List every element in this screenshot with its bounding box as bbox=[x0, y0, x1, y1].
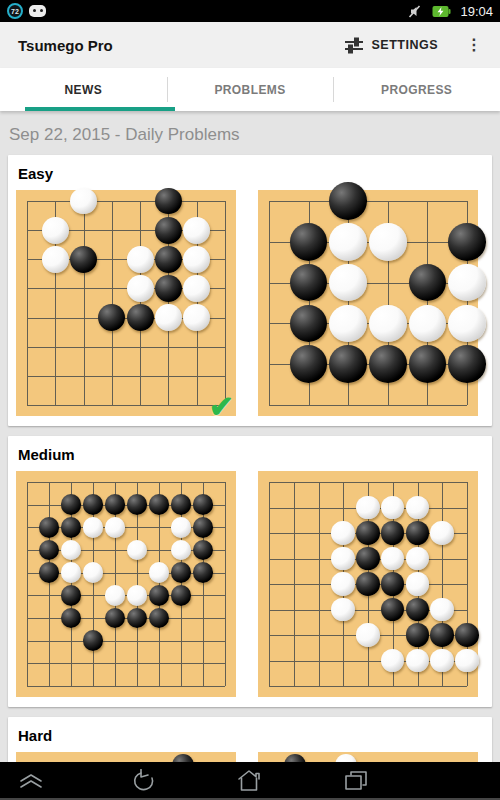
white-stone bbox=[406, 547, 430, 571]
white-stone bbox=[70, 188, 97, 215]
white-stone bbox=[430, 649, 454, 673]
black-stone bbox=[193, 540, 214, 561]
black-stone bbox=[149, 494, 170, 515]
white-stone bbox=[183, 217, 210, 244]
black-stone bbox=[149, 608, 170, 629]
battery-percent-badge-icon: 72 bbox=[7, 3, 23, 19]
white-stone bbox=[183, 246, 210, 273]
white-stone bbox=[83, 517, 104, 538]
white-stone bbox=[183, 304, 210, 331]
black-stone bbox=[381, 598, 405, 622]
white-stone bbox=[356, 496, 380, 520]
black-stone bbox=[171, 494, 192, 515]
grid-line bbox=[27, 686, 225, 687]
grid-line bbox=[225, 201, 226, 405]
black-stone bbox=[98, 304, 125, 331]
black-stone bbox=[406, 598, 430, 622]
grid-line bbox=[269, 201, 467, 202]
white-stone bbox=[409, 305, 447, 343]
white-stone bbox=[369, 223, 407, 261]
white-stone bbox=[155, 304, 182, 331]
home-button[interactable] bbox=[232, 765, 266, 797]
black-stone bbox=[70, 246, 97, 273]
black-stone bbox=[155, 246, 182, 273]
black-stone bbox=[406, 521, 430, 545]
white-stone bbox=[183, 275, 210, 302]
back-button[interactable] bbox=[127, 765, 161, 797]
black-stone bbox=[61, 608, 82, 629]
date-header: Sep 22, 2015 - Daily Problems bbox=[0, 111, 500, 155]
black-stone bbox=[127, 304, 154, 331]
grid-line bbox=[27, 201, 225, 202]
black-stone bbox=[290, 305, 328, 343]
black-stone bbox=[61, 517, 82, 538]
black-stone bbox=[369, 345, 407, 383]
white-stone bbox=[448, 305, 486, 343]
white-stone bbox=[455, 649, 479, 673]
white-stone bbox=[406, 649, 430, 673]
black-stone bbox=[406, 623, 430, 647]
robot-notification-icon bbox=[29, 5, 46, 17]
white-stone bbox=[105, 585, 126, 606]
navigation-bar bbox=[0, 762, 500, 800]
white-stone bbox=[42, 217, 69, 244]
black-stone bbox=[155, 217, 182, 244]
white-stone bbox=[329, 264, 367, 302]
grid-line bbox=[27, 663, 225, 664]
white-stone bbox=[448, 264, 486, 302]
black-stone bbox=[127, 494, 148, 515]
white-stone bbox=[149, 562, 170, 583]
black-stone bbox=[83, 630, 104, 651]
recents-button[interactable] bbox=[339, 765, 373, 797]
black-stone bbox=[127, 608, 148, 629]
black-stone bbox=[193, 562, 214, 583]
black-stone bbox=[39, 562, 60, 583]
tab-bar: NEWS PROBLEMS PROGRESS bbox=[0, 68, 500, 111]
black-stone bbox=[105, 608, 126, 629]
go-board[interactable] bbox=[258, 190, 478, 416]
overflow-menu-icon[interactable]: ⋮ bbox=[458, 35, 490, 55]
black-stone bbox=[171, 562, 192, 583]
app-title: Tsumego Pro bbox=[18, 37, 340, 54]
white-stone bbox=[430, 598, 454, 622]
daily-problems-list: Easy✔MediumHard bbox=[0, 155, 500, 800]
white-stone bbox=[127, 585, 148, 606]
solved-checkmark: ✔ bbox=[209, 392, 234, 422]
go-board[interactable] bbox=[258, 471, 478, 697]
difficulty-label: Easy bbox=[18, 165, 484, 182]
white-stone bbox=[381, 649, 405, 673]
white-stone bbox=[127, 275, 154, 302]
black-stone bbox=[356, 572, 380, 596]
white-stone bbox=[381, 496, 405, 520]
hide-navbar-button[interactable] bbox=[14, 765, 48, 797]
tab-progress[interactable]: PROGRESS bbox=[333, 68, 500, 111]
white-stone bbox=[406, 572, 430, 596]
black-stone bbox=[155, 275, 182, 302]
black-stone bbox=[430, 623, 454, 647]
black-stone bbox=[149, 585, 170, 606]
difficulty-card-medium: Medium bbox=[8, 436, 492, 707]
white-stone bbox=[171, 517, 192, 538]
black-stone bbox=[356, 547, 380, 571]
grid-line bbox=[140, 201, 141, 405]
mute-icon bbox=[407, 4, 422, 19]
grid-line bbox=[27, 618, 225, 619]
black-stone bbox=[290, 345, 328, 383]
difficulty-label: Medium bbox=[18, 446, 484, 463]
difficulty-label: Hard bbox=[18, 727, 484, 744]
white-stone bbox=[369, 305, 407, 343]
white-stone bbox=[430, 521, 454, 545]
grid-line bbox=[27, 347, 225, 348]
black-stone bbox=[290, 223, 328, 261]
white-stone bbox=[127, 246, 154, 273]
black-stone bbox=[381, 572, 405, 596]
black-stone bbox=[39, 517, 60, 538]
go-board[interactable] bbox=[16, 471, 236, 697]
black-stone bbox=[381, 521, 405, 545]
black-stone bbox=[171, 585, 192, 606]
clock: 19:04 bbox=[460, 4, 493, 19]
battery-charging-icon bbox=[432, 5, 451, 18]
grid-line bbox=[225, 482, 226, 686]
black-stone bbox=[329, 345, 367, 383]
grid-line bbox=[269, 686, 467, 687]
black-stone bbox=[39, 540, 60, 561]
grid-line bbox=[27, 482, 225, 483]
grid-line bbox=[27, 641, 225, 642]
black-stone bbox=[455, 623, 479, 647]
black-stone bbox=[61, 494, 82, 515]
grid-line bbox=[27, 201, 28, 405]
black-stone bbox=[105, 494, 126, 515]
app-bar: Tsumego Pro SETTINGS ⋮ bbox=[0, 22, 500, 68]
black-stone bbox=[448, 223, 486, 261]
white-stone bbox=[61, 562, 82, 583]
black-stone bbox=[409, 264, 447, 302]
grid-line bbox=[112, 201, 113, 405]
black-stone bbox=[448, 345, 486, 383]
white-stone bbox=[61, 540, 82, 561]
status-bar: 72 19:04 bbox=[0, 0, 500, 22]
black-stone bbox=[193, 517, 214, 538]
tab-news[interactable]: NEWS bbox=[0, 68, 167, 111]
grid-line bbox=[269, 405, 467, 406]
grid-line bbox=[84, 201, 85, 405]
white-stone bbox=[127, 540, 148, 561]
black-stone bbox=[193, 494, 214, 515]
black-stone bbox=[409, 345, 447, 383]
grid-line bbox=[269, 201, 270, 405]
white-stone bbox=[42, 246, 69, 273]
grid-line bbox=[27, 482, 28, 686]
white-stone bbox=[329, 223, 367, 261]
white-stone bbox=[381, 547, 405, 571]
tune-icon bbox=[344, 36, 364, 54]
tab-problems[interactable]: PROBLEMS bbox=[167, 68, 334, 111]
white-stone bbox=[331, 547, 355, 571]
white-stone bbox=[406, 496, 430, 520]
grid-line bbox=[269, 482, 467, 483]
difficulty-card-easy: Easy✔ bbox=[8, 155, 492, 426]
settings-button[interactable]: SETTINGS bbox=[340, 30, 442, 60]
white-stone bbox=[171, 540, 192, 561]
white-stone bbox=[331, 521, 355, 545]
white-stone bbox=[356, 623, 380, 647]
white-stone bbox=[83, 562, 104, 583]
grid-line bbox=[27, 376, 225, 377]
white-stone bbox=[331, 572, 355, 596]
white-stone bbox=[331, 598, 355, 622]
white-stone bbox=[105, 517, 126, 538]
go-board[interactable]: ✔ bbox=[16, 190, 236, 416]
black-stone bbox=[329, 182, 367, 220]
settings-label: SETTINGS bbox=[371, 38, 438, 52]
black-stone bbox=[83, 494, 104, 515]
white-stone bbox=[329, 305, 367, 343]
active-tab-indicator bbox=[25, 107, 175, 111]
black-stone bbox=[155, 188, 182, 215]
grid-line bbox=[49, 482, 50, 686]
black-stone bbox=[290, 264, 328, 302]
black-stone bbox=[61, 585, 82, 606]
grid-line bbox=[27, 405, 225, 406]
black-stone bbox=[356, 521, 380, 545]
